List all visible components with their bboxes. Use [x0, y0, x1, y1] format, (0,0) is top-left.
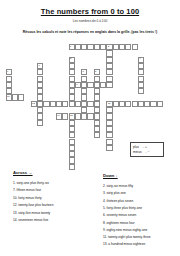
- clue-item: 10. forty minus thirty: [13, 196, 42, 200]
- grid-cell[interactable]: [94, 132, 100, 138]
- clue-number: 13: [70, 114, 73, 117]
- grid-cell[interactable]: [106, 82, 112, 88]
- legend-plus-symbol: → +: [141, 145, 147, 150]
- grid-cell[interactable]: [157, 101, 163, 107]
- clue-number: 10: [7, 95, 10, 98]
- clue-item: 8. eighteen minus four: [103, 221, 135, 225]
- grid-cell[interactable]: [106, 76, 112, 82]
- grid-cell[interactable]: [81, 107, 87, 113]
- worksheet-page: { "game": "crossword-number-worksheet", …: [0, 0, 180, 256]
- grid-cell[interactable]: [138, 88, 144, 94]
- clue-item: 13. sixty-five minus twenty: [13, 211, 50, 215]
- clue-item: 9. eighty-nine minus eighty-one: [103, 228, 147, 232]
- grid-cell[interactable]: [6, 88, 12, 94]
- legend-minus-row: minus → −: [133, 150, 161, 155]
- clue-item: 14. seventeen minus five: [13, 218, 48, 222]
- clue-number: 12: [32, 102, 35, 105]
- legend-minus-symbol: → −: [144, 150, 150, 155]
- clue-item: 3. sixty plus one: [103, 191, 126, 195]
- clue-number: 8: [82, 70, 83, 73]
- instruction-text: Résous les calculs et note les réponses …: [0, 30, 180, 34]
- clue-number: 3: [70, 57, 71, 60]
- clue-number: 13: [108, 102, 111, 105]
- clue-item: 1. sixty-one plus thirty-six: [13, 181, 49, 185]
- clue-number: 4: [139, 57, 140, 60]
- clue-number: 14: [57, 114, 60, 117]
- clue-item: 5. forty-three plus thirty-one: [103, 206, 142, 210]
- clue-item: 13. a hundred minus eighteen: [103, 242, 145, 246]
- clue-item: 12. twenty-four plus fourteen: [13, 203, 53, 207]
- clue-item: 6. seventy minus seven: [103, 213, 136, 217]
- grid-cell[interactable]: [18, 94, 24, 100]
- clue-item: 11. twenty-eight plus twenty-three: [103, 235, 150, 239]
- legend-minus-label: minus: [133, 150, 142, 155]
- grid-cell[interactable]: [81, 94, 87, 100]
- across-header: Across →: [13, 170, 33, 175]
- legend-plus-row: plus → +: [133, 145, 161, 150]
- clue-item: 4. thirteen plus seven: [103, 199, 133, 203]
- symbol-legend-box: plus → + minus → −: [130, 142, 164, 157]
- clue-item: 2. sixty-six minus fifty: [103, 184, 133, 188]
- clue-number: 2: [108, 45, 109, 48]
- down-header: Down ↓: [103, 173, 118, 178]
- grid-cell[interactable]: [94, 94, 100, 100]
- grid-cell[interactable]: [81, 76, 87, 82]
- page-subtitle: Les nombres de 0 à 100: [0, 19, 180, 23]
- clue-number: 1: [70, 45, 71, 48]
- grid-cell[interactable]: [37, 94, 43, 100]
- grid-cell[interactable]: [106, 145, 112, 151]
- grid-cell[interactable]: [132, 44, 138, 50]
- clue-number: 6: [38, 64, 39, 67]
- page-title: The numbers from 0 to 100: [0, 7, 180, 16]
- grid-cell[interactable]: [37, 120, 43, 126]
- clue-item: 7. fifteen minus four: [13, 188, 41, 192]
- clue-number: 9: [7, 70, 8, 73]
- clue-number: 7: [76, 83, 77, 86]
- legend-plus-label: plus: [133, 145, 139, 150]
- clue-number: 5: [95, 70, 96, 73]
- grid-cell[interactable]: [94, 76, 100, 82]
- grid-cell[interactable]: [69, 164, 75, 170]
- grid-cell[interactable]: [69, 94, 75, 100]
